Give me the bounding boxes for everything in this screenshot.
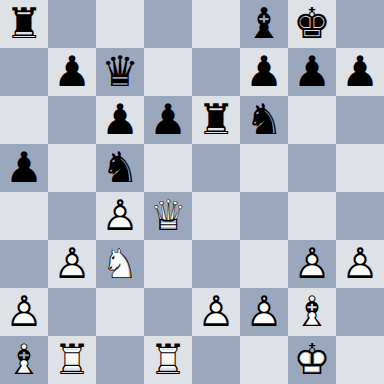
- square-d7[interactable]: [144, 48, 192, 96]
- square-c2[interactable]: [96, 288, 144, 336]
- square-h7[interactable]: ♟: [336, 48, 384, 96]
- piece-white-pawn[interactable]: ♟♙: [0, 288, 48, 336]
- piece-black-pawn[interactable]: ♟: [336, 48, 384, 96]
- chess-board: ♜♝♚♟♛♟♟♟♟♟♜♞♟♞♟♙♛♕♟♙♞♘♟♙♟♙♟♙♟♙♟♙♝♗♝♗♜♖♜♖…: [0, 0, 384, 384]
- piece-black-queen[interactable]: ♛: [96, 48, 144, 96]
- square-f8[interactable]: ♝: [240, 0, 288, 48]
- piece-white-queen[interactable]: ♛♕: [144, 192, 192, 240]
- piece-glyph-outline: ♙: [48, 240, 96, 288]
- square-h5[interactable]: [336, 144, 384, 192]
- square-d1[interactable]: ♜♖: [144, 336, 192, 384]
- square-f3[interactable]: [240, 240, 288, 288]
- piece-white-pawn[interactable]: ♟♙: [336, 240, 384, 288]
- square-c4[interactable]: ♟♙: [96, 192, 144, 240]
- square-c5[interactable]: ♞: [96, 144, 144, 192]
- piece-white-pawn[interactable]: ♟♙: [48, 240, 96, 288]
- square-b2[interactable]: [48, 288, 96, 336]
- square-g1[interactable]: ♚♔: [288, 336, 336, 384]
- piece-white-bishop[interactable]: ♝♗: [0, 336, 48, 384]
- square-f2[interactable]: ♟♙: [240, 288, 288, 336]
- square-e7[interactable]: [192, 48, 240, 96]
- piece-white-bishop[interactable]: ♝♗: [288, 288, 336, 336]
- piece-glyph-outline: ♕: [144, 192, 192, 240]
- square-b4[interactable]: [48, 192, 96, 240]
- square-b6[interactable]: [48, 96, 96, 144]
- piece-glyph-outline: ♖: [144, 336, 192, 384]
- square-a1[interactable]: ♝♗: [0, 336, 48, 384]
- piece-glyph-outline: ♖: [48, 336, 96, 384]
- square-f1[interactable]: [240, 336, 288, 384]
- piece-white-rook[interactable]: ♜♖: [144, 336, 192, 384]
- square-e4[interactable]: [192, 192, 240, 240]
- piece-white-knight[interactable]: ♞♘: [96, 240, 144, 288]
- square-b1[interactable]: ♜♖: [48, 336, 96, 384]
- piece-glyph-outline: ♗: [0, 336, 48, 384]
- square-a6[interactable]: [0, 96, 48, 144]
- square-f5[interactable]: [240, 144, 288, 192]
- square-b7[interactable]: ♟: [48, 48, 96, 96]
- square-g4[interactable]: [288, 192, 336, 240]
- piece-black-pawn[interactable]: ♟: [48, 48, 96, 96]
- piece-glyph-outline: ♙: [192, 288, 240, 336]
- piece-white-pawn[interactable]: ♟♙: [96, 192, 144, 240]
- piece-glyph-outline: ♙: [240, 288, 288, 336]
- square-e2[interactable]: ♟♙: [192, 288, 240, 336]
- square-a2[interactable]: ♟♙: [0, 288, 48, 336]
- piece-black-rook[interactable]: ♜: [192, 96, 240, 144]
- piece-glyph-outline: ♘: [96, 240, 144, 288]
- square-d4[interactable]: ♛♕: [144, 192, 192, 240]
- piece-glyph-outline: ♙: [288, 240, 336, 288]
- square-a3[interactable]: [0, 240, 48, 288]
- square-e3[interactable]: [192, 240, 240, 288]
- piece-glyph-outline: ♙: [336, 240, 384, 288]
- piece-glyph-outline: ♙: [96, 192, 144, 240]
- square-g2[interactable]: ♝♗: [288, 288, 336, 336]
- piece-black-rook[interactable]: ♜: [0, 0, 48, 48]
- square-h4[interactable]: [336, 192, 384, 240]
- square-d6[interactable]: ♟: [144, 96, 192, 144]
- square-h2[interactable]: [336, 288, 384, 336]
- piece-black-pawn[interactable]: ♟: [96, 96, 144, 144]
- piece-black-pawn[interactable]: ♟: [144, 96, 192, 144]
- square-d3[interactable]: [144, 240, 192, 288]
- square-c8[interactable]: [96, 0, 144, 48]
- piece-white-pawn[interactable]: ♟♙: [288, 240, 336, 288]
- square-g5[interactable]: [288, 144, 336, 192]
- piece-glyph-outline: ♙: [0, 288, 48, 336]
- piece-glyph-outline: ♔: [288, 336, 336, 384]
- piece-white-king[interactable]: ♚♔: [288, 336, 336, 384]
- square-c7[interactable]: ♛: [96, 48, 144, 96]
- piece-black-pawn[interactable]: ♟: [0, 144, 48, 192]
- piece-black-knight[interactable]: ♞: [96, 144, 144, 192]
- piece-white-pawn[interactable]: ♟♙: [240, 288, 288, 336]
- square-b5[interactable]: [48, 144, 96, 192]
- square-e5[interactable]: [192, 144, 240, 192]
- square-g3[interactable]: ♟♙: [288, 240, 336, 288]
- square-e8[interactable]: [192, 0, 240, 48]
- piece-white-pawn[interactable]: ♟♙: [192, 288, 240, 336]
- square-d5[interactable]: [144, 144, 192, 192]
- square-a4[interactable]: [0, 192, 48, 240]
- square-b3[interactable]: ♟♙: [48, 240, 96, 288]
- square-e6[interactable]: ♜: [192, 96, 240, 144]
- square-f4[interactable]: [240, 192, 288, 240]
- square-b8[interactable]: [48, 0, 96, 48]
- piece-black-bishop[interactable]: ♝: [240, 0, 288, 48]
- square-g6[interactable]: [288, 96, 336, 144]
- piece-black-pawn[interactable]: ♟: [288, 48, 336, 96]
- square-e1[interactable]: [192, 336, 240, 384]
- square-h8[interactable]: [336, 0, 384, 48]
- square-d8[interactable]: [144, 0, 192, 48]
- square-g8[interactable]: ♚: [288, 0, 336, 48]
- square-c1[interactable]: [96, 336, 144, 384]
- square-c6[interactable]: ♟: [96, 96, 144, 144]
- piece-black-knight[interactable]: ♞: [240, 96, 288, 144]
- square-h6[interactable]: [336, 96, 384, 144]
- square-a5[interactable]: ♟: [0, 144, 48, 192]
- piece-black-pawn[interactable]: ♟: [240, 48, 288, 96]
- square-c3[interactable]: ♞♘: [96, 240, 144, 288]
- piece-black-king[interactable]: ♚: [288, 0, 336, 48]
- square-g7[interactable]: ♟: [288, 48, 336, 96]
- square-h3[interactable]: ♟♙: [336, 240, 384, 288]
- square-d2[interactable]: [144, 288, 192, 336]
- piece-white-rook[interactable]: ♜♖: [48, 336, 96, 384]
- square-h1[interactable]: [336, 336, 384, 384]
- square-a8[interactable]: ♜: [0, 0, 48, 48]
- piece-glyph-outline: ♗: [288, 288, 336, 336]
- square-f7[interactable]: ♟: [240, 48, 288, 96]
- square-f6[interactable]: ♞: [240, 96, 288, 144]
- square-a7[interactable]: [0, 48, 48, 96]
